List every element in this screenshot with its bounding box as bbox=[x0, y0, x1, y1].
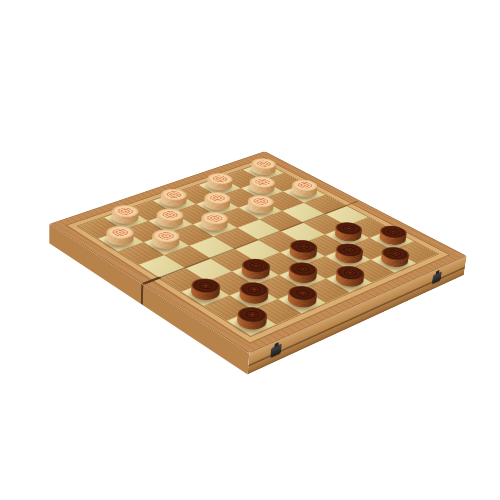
checker-piece-light[interactable] bbox=[152, 214, 188, 231]
clasp-icon bbox=[432, 271, 442, 284]
checker-piece-light[interactable] bbox=[101, 232, 138, 250]
checker-piece-dark[interactable] bbox=[231, 313, 271, 334]
checker-piece-light[interactable] bbox=[147, 235, 184, 253]
checker-piece-dark[interactable] bbox=[282, 291, 321, 311]
checker-piece-dark[interactable] bbox=[330, 271, 368, 290]
checker-piece-light[interactable] bbox=[196, 218, 232, 235]
checker-piece-dark[interactable] bbox=[284, 246, 321, 264]
checker-piece-light[interactable] bbox=[243, 201, 278, 217]
checker-piece-dark[interactable] bbox=[330, 228, 366, 245]
checker-piece-light[interactable] bbox=[107, 211, 143, 228]
checker-piece-dark[interactable] bbox=[283, 268, 321, 287]
checker-piece-dark[interactable] bbox=[376, 252, 413, 270]
checker-piece-light[interactable] bbox=[287, 185, 321, 200]
checker-piece-dark[interactable] bbox=[374, 231, 410, 248]
checkers-board bbox=[49, 151, 466, 353]
checker-piece-dark[interactable] bbox=[234, 288, 273, 308]
product-photo-scene bbox=[0, 0, 500, 500]
clasp-icon bbox=[270, 344, 281, 358]
checker-piece-dark[interactable] bbox=[330, 249, 367, 267]
checker-piece-dark[interactable] bbox=[236, 264, 274, 283]
checker-piece-dark[interactable] bbox=[186, 284, 225, 304]
